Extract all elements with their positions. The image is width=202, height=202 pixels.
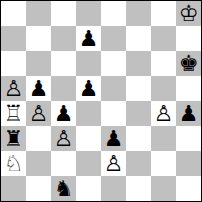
piece-white-king[interactable]: ♔ [179, 1, 199, 26]
piece-white-pawn[interactable]: ♙ [104, 151, 124, 176]
square-e7[interactable] [101, 26, 126, 51]
square-a7[interactable] [1, 26, 26, 51]
square-d1[interactable] [76, 176, 101, 201]
square-f3[interactable] [126, 126, 151, 151]
piece-white-knight[interactable]: ♘ [4, 151, 24, 176]
square-g4[interactable]: ♙ [151, 101, 176, 126]
square-e1[interactable] [101, 176, 126, 201]
square-f1[interactable] [126, 176, 151, 201]
square-d6[interactable] [76, 51, 101, 76]
chess-board: ♔♟♚♙♟♟♖♙♟♙♟♜♙♟♘♙♞ [0, 0, 202, 202]
square-h7[interactable] [176, 26, 201, 51]
square-g2[interactable] [151, 151, 176, 176]
square-a4[interactable]: ♖ [1, 101, 26, 126]
square-b8[interactable] [26, 1, 51, 26]
piece-black-pawn[interactable]: ♟ [79, 26, 99, 51]
square-g7[interactable] [151, 26, 176, 51]
square-d5[interactable]: ♟ [76, 76, 101, 101]
square-h5[interactable] [176, 76, 201, 101]
square-f7[interactable] [126, 26, 151, 51]
square-f5[interactable] [126, 76, 151, 101]
piece-black-pawn[interactable]: ♟ [29, 76, 49, 101]
square-a1[interactable] [1, 176, 26, 201]
square-d2[interactable] [76, 151, 101, 176]
square-c1[interactable]: ♞ [51, 176, 76, 201]
piece-black-rook[interactable]: ♜ [4, 126, 24, 151]
square-e3[interactable]: ♟ [101, 126, 126, 151]
piece-black-pawn[interactable]: ♟ [54, 101, 74, 126]
square-c4[interactable]: ♟ [51, 101, 76, 126]
square-a8[interactable] [1, 1, 26, 26]
square-g1[interactable] [151, 176, 176, 201]
square-e8[interactable] [101, 1, 126, 26]
square-e2[interactable]: ♙ [101, 151, 126, 176]
piece-white-pawn[interactable]: ♙ [154, 101, 174, 126]
chess-diagram: ♔♟♚♙♟♟♖♙♟♙♟♜♙♟♘♙♞ [0, 0, 202, 202]
square-b1[interactable] [26, 176, 51, 201]
square-e5[interactable] [101, 76, 126, 101]
square-g5[interactable] [151, 76, 176, 101]
square-d4[interactable] [76, 101, 101, 126]
square-h3[interactable] [176, 126, 201, 151]
square-c5[interactable] [51, 76, 76, 101]
square-h1[interactable] [176, 176, 201, 201]
square-h4[interactable]: ♟ [176, 101, 201, 126]
square-g3[interactable] [151, 126, 176, 151]
square-b4[interactable]: ♙ [26, 101, 51, 126]
square-g6[interactable] [151, 51, 176, 76]
piece-white-rook[interactable]: ♖ [4, 101, 24, 126]
square-b6[interactable] [26, 51, 51, 76]
square-f6[interactable] [126, 51, 151, 76]
piece-black-king[interactable]: ♚ [179, 51, 199, 76]
square-e6[interactable] [101, 51, 126, 76]
square-h6[interactable]: ♚ [176, 51, 201, 76]
square-b2[interactable] [26, 151, 51, 176]
piece-white-pawn[interactable]: ♙ [29, 101, 49, 126]
piece-black-knight[interactable]: ♞ [54, 176, 74, 201]
square-a3[interactable]: ♜ [1, 126, 26, 151]
square-a2[interactable]: ♘ [1, 151, 26, 176]
square-c2[interactable] [51, 151, 76, 176]
square-g8[interactable] [151, 1, 176, 26]
piece-black-pawn[interactable]: ♟ [79, 76, 99, 101]
square-c7[interactable] [51, 26, 76, 51]
square-b5[interactable]: ♟ [26, 76, 51, 101]
square-f8[interactable] [126, 1, 151, 26]
square-h2[interactable] [176, 151, 201, 176]
square-f2[interactable] [126, 151, 151, 176]
square-b3[interactable] [26, 126, 51, 151]
square-a6[interactable] [1, 51, 26, 76]
piece-black-pawn[interactable]: ♟ [104, 126, 124, 151]
square-f4[interactable] [126, 101, 151, 126]
piece-black-pawn[interactable]: ♟ [179, 101, 199, 126]
piece-white-pawn[interactable]: ♙ [4, 76, 24, 101]
square-a5[interactable]: ♙ [1, 76, 26, 101]
square-d8[interactable] [76, 1, 101, 26]
square-c3[interactable]: ♙ [51, 126, 76, 151]
square-b7[interactable] [26, 26, 51, 51]
square-c6[interactable] [51, 51, 76, 76]
square-d7[interactable]: ♟ [76, 26, 101, 51]
square-c8[interactable] [51, 1, 76, 26]
square-h8[interactable]: ♔ [176, 1, 201, 26]
piece-white-pawn[interactable]: ♙ [54, 126, 74, 151]
square-e4[interactable] [101, 101, 126, 126]
square-d3[interactable] [76, 126, 101, 151]
